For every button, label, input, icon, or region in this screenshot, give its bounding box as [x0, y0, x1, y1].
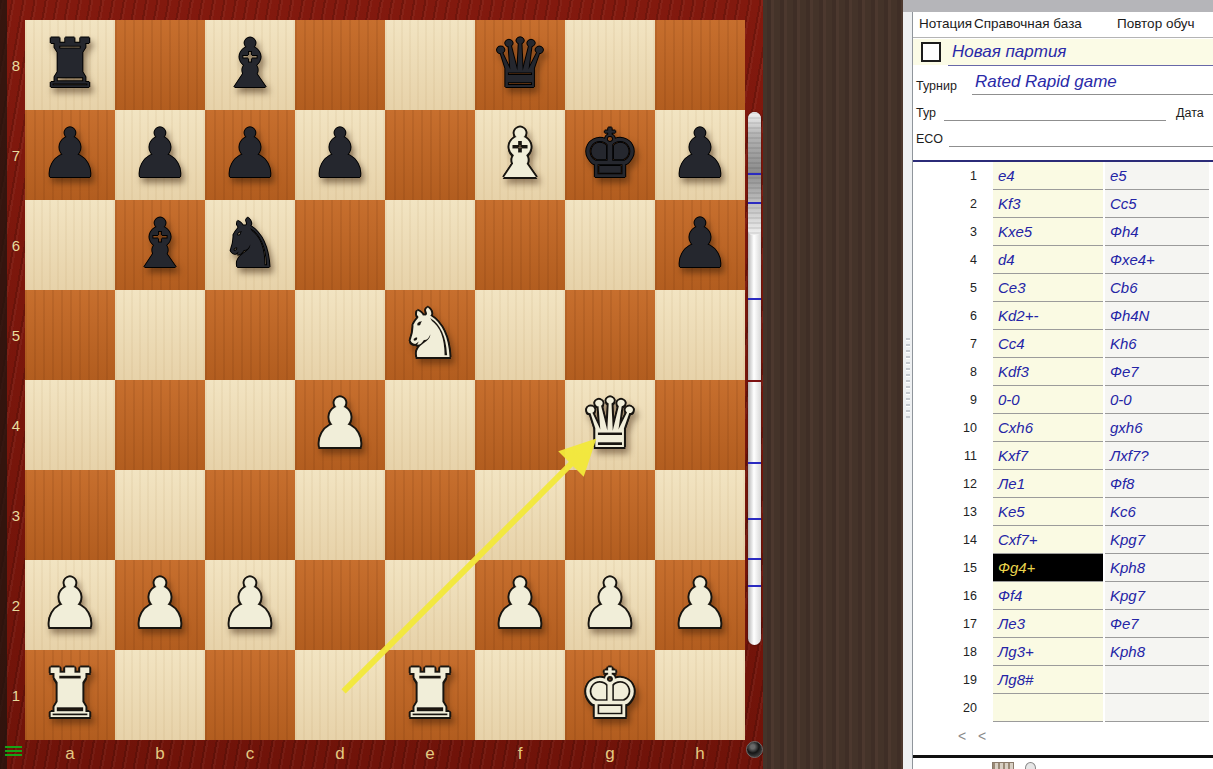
white-move-1[interactable]: e4 — [993, 162, 1103, 190]
rank-label-2: 2 — [7, 560, 25, 650]
panel-bottom-divider — [913, 755, 1213, 758]
move-number: 4 — [913, 246, 989, 274]
white-move-13[interactable]: Ke5 — [993, 498, 1103, 526]
square-c5[interactable] — [205, 290, 295, 380]
white-king-g1[interactable]: ♚ — [565, 650, 655, 740]
file-label-a: a — [25, 742, 115, 766]
square-f6[interactable] — [475, 200, 565, 290]
white-move-6[interactable]: Kd2+- — [993, 302, 1103, 330]
move-number: 2 — [913, 190, 989, 218]
move-number: 8 — [913, 358, 989, 386]
black-pawn-a7[interactable]: ♟ — [25, 110, 115, 200]
square-c3[interactable] — [205, 470, 295, 560]
square-c1[interactable] — [205, 650, 295, 740]
square-g2[interactable]: ♟ — [565, 560, 655, 650]
move-number: 12 — [913, 470, 989, 498]
square-h1[interactable] — [655, 650, 745, 740]
black-move-11[interactable]: Лxf7? — [1105, 442, 1209, 470]
panel-titlebar — [903, 0, 1213, 12]
keyboard-icon[interactable] — [992, 762, 1014, 769]
move-row-12: 12Ле1Фf8 — [913, 470, 1213, 498]
black-bishop-b6[interactable]: ♝ — [115, 200, 205, 290]
black-move-6[interactable]: Фh4N — [1105, 302, 1209, 330]
square-g8[interactable] — [565, 20, 655, 110]
move-row-18: 18Лg3+Kph8 — [913, 638, 1213, 666]
square-e2[interactable] — [385, 560, 475, 650]
move-row-17: 17Ле3Фe7 — [913, 610, 1213, 638]
white-move-9[interactable]: 0-0 — [993, 386, 1103, 414]
tournament-field-line[interactable] — [972, 94, 1213, 95]
eco-label: ECO — [916, 132, 943, 146]
rank-label-6: 6 — [7, 200, 25, 290]
black-move-12[interactable]: Фf8 — [1105, 470, 1209, 498]
tournament-label: Турнир — [916, 79, 957, 93]
black-move-3[interactable]: Фh4 — [1105, 218, 1209, 246]
square-g5[interactable] — [565, 290, 655, 380]
move-number: 3 — [913, 218, 989, 246]
tabs-divider — [913, 37, 1213, 38]
square-a5[interactable] — [25, 290, 115, 380]
game-scrollbar[interactable] — [748, 112, 761, 645]
square-e8[interactable] — [385, 20, 475, 110]
move-number: 10 — [913, 414, 989, 442]
rank-label-8: 8 — [7, 20, 25, 110]
square-f1[interactable] — [475, 650, 565, 740]
white-move-19[interactable]: Лg8# — [993, 666, 1103, 694]
square-f4[interactable] — [475, 380, 565, 470]
white-move-18[interactable]: Лg3+ — [993, 638, 1103, 666]
move-number: 18 — [913, 638, 989, 666]
black-move-18[interactable]: Kph8 — [1105, 638, 1209, 666]
white-move-7[interactable]: Cc4 — [993, 330, 1103, 358]
black-king-g7[interactable]: ♚ — [565, 110, 655, 200]
square-c7[interactable]: ♟ — [205, 110, 295, 200]
move-number: 9 — [913, 386, 989, 414]
black-move-8[interactable]: Фe7 — [1105, 358, 1209, 386]
square-a7[interactable]: ♟ — [25, 110, 115, 200]
white-move-15[interactable]: Фg4+ — [993, 554, 1103, 582]
square-h5[interactable] — [655, 290, 745, 380]
move-row-13: 13Ke5Kc6 — [913, 498, 1213, 526]
square-d1[interactable] — [295, 650, 385, 740]
file-label-e: e — [385, 742, 475, 766]
black-move-14[interactable]: Kpg7 — [1105, 526, 1209, 554]
black-move-7[interactable]: Kh6 — [1105, 330, 1209, 358]
rank-label-1: 1 — [7, 650, 25, 740]
black-pawn-c7[interactable]: ♟ — [205, 110, 295, 200]
square-e5[interactable]: ♞ — [385, 290, 475, 380]
file-label-f: f — [475, 742, 565, 766]
square-e1[interactable]: ♜ — [385, 650, 475, 740]
title-underline — [948, 65, 1213, 66]
file-label-h: h — [655, 742, 745, 766]
white-move-17[interactable]: Ле3 — [993, 610, 1103, 638]
move-number: 1 — [913, 162, 989, 190]
black-pawn-d7[interactable]: ♟ — [295, 110, 385, 200]
rank-label-7: 7 — [7, 110, 25, 200]
tab-reference-base[interactable]: Справочная база — [974, 16, 1082, 31]
tab-notation[interactable]: Нотация — [919, 16, 972, 31]
square-f5[interactable] — [475, 290, 565, 380]
move-row-6: 6Kd2+-Фh4N — [913, 302, 1213, 330]
white-rook-a1[interactable]: ♜ — [25, 650, 115, 740]
white-move-16[interactable]: Фf4 — [993, 582, 1103, 610]
chessbase-window: ♜♝♛♟♟♟♟♝♚♟♝♞♟♞♟♛♟♟♟♟♟♟♜♜♚ 87654321 abcde… — [0, 0, 1213, 769]
white-move-8[interactable]: Kdf3 — [993, 358, 1103, 386]
white-pawn-f2[interactable]: ♟ — [475, 560, 565, 650]
move-row-4: 4d4Фxe4+ — [913, 246, 1213, 274]
square-b7[interactable]: ♟ — [115, 110, 205, 200]
rank-label-4: 4 — [7, 380, 25, 470]
tab-training-replay[interactable]: Повтор обуч — [1117, 16, 1195, 31]
black-move-16[interactable]: Kpg7 — [1105, 582, 1209, 610]
round-field-line[interactable] — [944, 120, 1166, 121]
move-number: 7 — [913, 330, 989, 358]
square-d3[interactable] — [295, 470, 385, 560]
move-row-11: 11Kxf7Лxf7? — [913, 442, 1213, 470]
move-number: 14 — [913, 526, 989, 554]
panel-splitter[interactable] — [903, 0, 913, 769]
square-c8[interactable]: ♝ — [205, 20, 295, 110]
square-c4[interactable] — [205, 380, 295, 470]
search-icon[interactable] — [1025, 762, 1036, 769]
rank-label-5: 5 — [7, 290, 25, 380]
square-b3[interactable] — [115, 470, 205, 560]
square-b4[interactable] — [115, 380, 205, 470]
square-g6[interactable] — [565, 200, 655, 290]
tournament-value[interactable]: Rated Rapid game — [975, 72, 1117, 92]
white-pawn-c2[interactable]: ♟ — [205, 560, 295, 650]
move-number: 5 — [913, 274, 989, 302]
square-g4[interactable]: ♛ — [565, 380, 655, 470]
square-a8[interactable]: ♜ — [25, 20, 115, 110]
square-d6[interactable] — [295, 200, 385, 290]
black-move-15[interactable]: Kph8 — [1105, 554, 1209, 582]
white-move-4[interactable]: d4 — [993, 246, 1103, 274]
black-pawn-h7[interactable]: ♟ — [655, 110, 745, 200]
moves-pager[interactable]: < < — [958, 728, 990, 744]
move-row-15: 15Фg4+Kph8 — [913, 554, 1213, 582]
black-move-19[interactable] — [1105, 666, 1209, 694]
black-move-2[interactable]: Cc5 — [1105, 190, 1209, 218]
square-d5[interactable] — [295, 290, 385, 380]
white-queen-g4[interactable]: ♛ — [565, 380, 655, 470]
square-h4[interactable] — [655, 380, 745, 470]
white-move-11[interactable]: Kxf7 — [993, 442, 1103, 470]
move-row-3: 3Kxe5Фh4 — [913, 218, 1213, 246]
black-pawn-h6[interactable]: ♟ — [655, 200, 745, 290]
rank-label-3: 3 — [7, 470, 25, 560]
move-number: 15 — [913, 554, 989, 582]
square-b2[interactable]: ♟ — [115, 560, 205, 650]
move-number: 11 — [913, 442, 989, 470]
white-move-10[interactable]: Cxh6 — [993, 414, 1103, 442]
move-row-20: 20 — [913, 694, 1213, 722]
square-g7[interactable]: ♚ — [565, 110, 655, 200]
move-row-16: 16Фf4Kpg7 — [913, 582, 1213, 610]
black-move-13[interactable]: Kc6 — [1105, 498, 1209, 526]
square-e3[interactable] — [385, 470, 475, 560]
square-a1[interactable]: ♜ — [25, 650, 115, 740]
square-d7[interactable]: ♟ — [295, 110, 385, 200]
board-settings-button[interactable] — [746, 741, 763, 758]
square-b1[interactable] — [115, 650, 205, 740]
white-pawn-b2[interactable]: ♟ — [115, 560, 205, 650]
move-number: 20 — [913, 694, 989, 722]
square-e7[interactable] — [385, 110, 475, 200]
move-row-9: 90-00-0 — [913, 386, 1213, 414]
white-pawn-h2[interactable]: ♟ — [655, 560, 745, 650]
square-d2[interactable] — [295, 560, 385, 650]
black-move-1[interactable]: e5 — [1105, 162, 1209, 190]
square-b6[interactable]: ♝ — [115, 200, 205, 290]
square-e6[interactable] — [385, 200, 475, 290]
white-rook-e1[interactable]: ♜ — [385, 650, 475, 740]
move-row-7: 7Cc4Kh6 — [913, 330, 1213, 358]
square-f7[interactable]: ♝ — [475, 110, 565, 200]
move-number: 6 — [913, 302, 989, 330]
move-row-8: 8Kdf3Фe7 — [913, 358, 1213, 386]
square-h8[interactable] — [655, 20, 745, 110]
square-f8[interactable]: ♛ — [475, 20, 565, 110]
black-bishop-c8[interactable]: ♝ — [205, 20, 295, 110]
square-a4[interactable] — [25, 380, 115, 470]
file-label-d: d — [295, 742, 385, 766]
move-row-10: 10Cxh6gxh6 — [913, 414, 1213, 442]
square-a6[interactable] — [25, 200, 115, 290]
square-c2[interactable]: ♟ — [205, 560, 295, 650]
move-row-19: 19Лg8# — [913, 666, 1213, 694]
new-game-checkbox[interactable] — [921, 42, 941, 62]
square-f3[interactable] — [475, 470, 565, 560]
splitter-grip-icon — [906, 338, 910, 418]
white-move-14[interactable]: Cxf7+ — [993, 526, 1103, 554]
white-move-2[interactable]: Kf3 — [993, 190, 1103, 218]
black-move-4[interactable]: Фxe4+ — [1105, 246, 1209, 274]
square-f2[interactable]: ♟ — [475, 560, 565, 650]
black-rook-a8[interactable]: ♜ — [25, 20, 115, 110]
white-pawn-d4[interactable]: ♟ — [295, 380, 385, 470]
move-number: 13 — [913, 498, 989, 526]
square-h6[interactable]: ♟ — [655, 200, 745, 290]
square-c6[interactable]: ♞ — [205, 200, 295, 290]
white-move-5[interactable]: Ce3 — [993, 274, 1103, 302]
white-knight-e5[interactable]: ♞ — [385, 290, 475, 380]
move-row-14: 14Cxf7+Kpg7 — [913, 526, 1213, 554]
square-d4[interactable]: ♟ — [295, 380, 385, 470]
move-number: 19 — [913, 666, 989, 694]
square-a2[interactable]: ♟ — [25, 560, 115, 650]
moves-table: 1e4e52Kf3Cc53Kxe5Фh44d4Фxe4+5Ce3Cb66Kd2+… — [913, 162, 1213, 722]
white-pawn-g2[interactable]: ♟ — [565, 560, 655, 650]
black-move-10[interactable]: gxh6 — [1105, 414, 1209, 442]
file-label-g: g — [565, 742, 655, 766]
white-move-12[interactable]: Ле1 — [993, 470, 1103, 498]
square-g1[interactable]: ♚ — [565, 650, 655, 740]
move-number: 16 — [913, 582, 989, 610]
white-pawn-a2[interactable]: ♟ — [25, 560, 115, 650]
move-row-5: 5Ce3Cb6 — [913, 274, 1213, 302]
black-move-9[interactable]: 0-0 — [1105, 386, 1209, 414]
black-move-5[interactable]: Cb6 — [1105, 274, 1209, 302]
square-b8[interactable] — [115, 20, 205, 110]
move-row-2: 2Kf3Cc5 — [913, 190, 1213, 218]
square-g3[interactable] — [565, 470, 655, 560]
chess-board[interactable]: ♜♝♛♟♟♟♟♝♚♟♝♞♟♞♟♛♟♟♟♟♟♟♜♜♚ — [25, 20, 745, 740]
square-a3[interactable] — [25, 470, 115, 560]
square-b5[interactable] — [115, 290, 205, 380]
black-queen-f8[interactable]: ♛ — [475, 20, 565, 110]
move-number: 17 — [913, 610, 989, 638]
white-bishop-f7[interactable]: ♝ — [475, 110, 565, 200]
white-move-20[interactable] — [993, 694, 1103, 722]
white-move-3[interactable]: Kxe5 — [993, 218, 1103, 246]
eco-field-line[interactable] — [949, 146, 1213, 147]
black-pawn-b7[interactable]: ♟ — [115, 110, 205, 200]
date-label: Дата — [1176, 106, 1204, 120]
round-label: Тур — [916, 106, 936, 120]
square-h3[interactable] — [655, 470, 745, 560]
black-move-17[interactable]: Фe7 — [1105, 610, 1209, 638]
board-menu-icon[interactable] — [5, 746, 22, 759]
game-title[interactable]: Новая партия — [952, 42, 1066, 62]
move-row-1: 1e4e5 — [913, 162, 1213, 190]
square-h7[interactable]: ♟ — [655, 110, 745, 200]
black-move-20[interactable] — [1105, 694, 1209, 722]
square-h2[interactable]: ♟ — [655, 560, 745, 650]
file-label-b: b — [115, 742, 205, 766]
square-d8[interactable] — [295, 20, 385, 110]
frame-edge — [0, 0, 7, 769]
black-knight-c6[interactable]: ♞ — [205, 200, 295, 290]
square-e4[interactable] — [385, 380, 475, 470]
file-label-c: c — [205, 742, 295, 766]
